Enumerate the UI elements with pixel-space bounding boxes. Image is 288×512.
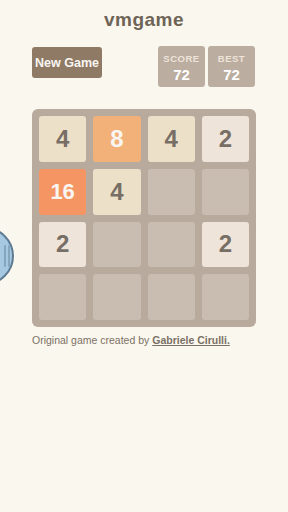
grid-cell-r4c3 (148, 274, 195, 320)
grid-cell-r1c1: 4 (39, 116, 86, 162)
best-label: BEST (208, 53, 255, 64)
app-title: vmgame (0, 9, 288, 31)
score-box: SCORE 72 (158, 46, 205, 87)
grid-cell-r3c2 (93, 222, 140, 268)
grid-cell-r4c2 (93, 274, 140, 320)
grid-cell-r2c3 (148, 169, 195, 215)
grid-cell-r4c1 (39, 274, 86, 320)
author-link[interactable]: Gabriele Cirulli. (152, 334, 230, 346)
grid-cell-r1c4: 2 (202, 116, 249, 162)
grid-cell-r3c1: 2 (39, 222, 86, 268)
best-box: BEST 72 (208, 46, 255, 87)
attribution-prefix: Original game created by (32, 334, 152, 346)
grid-cell-r3c3 (148, 222, 195, 268)
attribution-text: Original game created by Gabriele Cirull… (32, 334, 272, 346)
grid-cell-r3c4: 2 (202, 222, 249, 268)
grip-line-icon (4, 245, 6, 267)
score-label: SCORE (158, 53, 205, 64)
grid-cell-r2c1: 16 (39, 169, 86, 215)
grid-cell-r4c4 (202, 274, 249, 320)
grid-cell-r2c4 (202, 169, 249, 215)
score-value: 72 (158, 66, 205, 83)
app-screen: vmgame New Game SCORE 72 BEST 72 4 8 4 2… (0, 0, 288, 512)
grid-cell-r1c2: 8 (93, 116, 140, 162)
floating-overlay-bubble[interactable] (0, 227, 14, 285)
grip-line-icon (8, 245, 10, 267)
best-value: 72 (208, 66, 255, 83)
grid-cell-r1c3: 4 (148, 116, 195, 162)
grid-cell-r2c2: 4 (93, 169, 140, 215)
new-game-button[interactable]: New Game (32, 47, 102, 78)
game-board[interactable]: 4 8 4 2 16 4 2 2 (32, 109, 256, 327)
